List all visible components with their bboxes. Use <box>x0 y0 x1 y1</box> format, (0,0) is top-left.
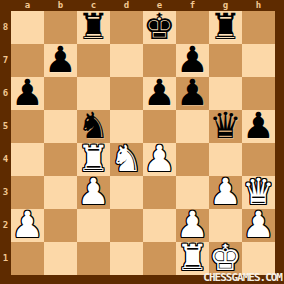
square-b5[interactable] <box>44 110 77 143</box>
square-c7[interactable] <box>77 44 110 77</box>
piece-white-pawn[interactable]: ♟ <box>11 208 43 241</box>
site-watermark: CHESSGAMES.COM <box>203 272 282 284</box>
square-c3[interactable]: ♟ <box>77 176 110 209</box>
square-g8[interactable]: ♜ <box>209 11 242 44</box>
square-e3[interactable] <box>143 176 176 209</box>
square-d1[interactable] <box>110 242 143 275</box>
piece-black-rook[interactable]: ♜ <box>77 10 109 43</box>
square-d8[interactable] <box>110 11 143 44</box>
square-h5[interactable]: ♟ <box>242 110 275 143</box>
square-g3[interactable]: ♟ <box>209 176 242 209</box>
square-a5[interactable] <box>11 110 44 143</box>
square-b2[interactable] <box>44 209 77 242</box>
square-a4[interactable] <box>11 143 44 176</box>
piece-black-pawn[interactable]: ♟ <box>11 76 43 109</box>
square-a2[interactable]: ♟ <box>11 209 44 242</box>
square-c8[interactable]: ♜ <box>77 11 110 44</box>
square-d3[interactable] <box>110 176 143 209</box>
piece-black-pawn[interactable]: ♟ <box>176 76 208 109</box>
file-label-h: h <box>242 0 275 11</box>
square-c2[interactable] <box>77 209 110 242</box>
piece-black-pawn[interactable]: ♟ <box>44 43 76 76</box>
file-label-b: b <box>44 0 77 11</box>
file-label-f: f <box>176 0 209 11</box>
chess-board[interactable]: ♜♚♜♟♟♟♟♟♞♛♟♜♞♟♟♟♛♟♟♟♜♚ <box>11 11 275 275</box>
square-b4[interactable] <box>44 143 77 176</box>
square-c1[interactable] <box>77 242 110 275</box>
square-f6[interactable]: ♟ <box>176 77 209 110</box>
chess-diagram-frame: abcdefgh 87654321 ♜♚♜♟♟♟♟♟♞♛♟♜♞♟♟♟♛♟♟♟♜♚… <box>0 0 284 284</box>
rank-label-5: 5 <box>0 110 11 143</box>
square-b7[interactable]: ♟ <box>44 44 77 77</box>
rank-label-4: 4 <box>0 143 11 176</box>
square-g7[interactable] <box>209 44 242 77</box>
rank-label-8: 8 <box>0 11 11 44</box>
square-e6[interactable]: ♟ <box>143 77 176 110</box>
piece-black-queen[interactable]: ♛ <box>209 109 241 142</box>
square-d2[interactable] <box>110 209 143 242</box>
square-e8[interactable]: ♚ <box>143 11 176 44</box>
square-f4[interactable] <box>176 143 209 176</box>
piece-white-pawn[interactable]: ♟ <box>209 175 241 208</box>
rank-label-1: 1 <box>0 242 11 275</box>
square-d7[interactable] <box>110 44 143 77</box>
square-a8[interactable] <box>11 11 44 44</box>
rank-labels: 87654321 <box>0 11 11 275</box>
square-e1[interactable] <box>143 242 176 275</box>
rank-label-3: 3 <box>0 176 11 209</box>
rank-label-2: 2 <box>0 209 11 242</box>
square-b6[interactable] <box>44 77 77 110</box>
piece-white-rook[interactable]: ♜ <box>176 241 208 274</box>
square-b3[interactable] <box>44 176 77 209</box>
square-f5[interactable] <box>176 110 209 143</box>
rank-label-7: 7 <box>0 44 11 77</box>
square-d6[interactable] <box>110 77 143 110</box>
square-e4[interactable]: ♟ <box>143 143 176 176</box>
square-a6[interactable]: ♟ <box>11 77 44 110</box>
piece-black-rook[interactable]: ♜ <box>209 10 241 43</box>
square-h2[interactable]: ♟ <box>242 209 275 242</box>
square-g5[interactable]: ♛ <box>209 110 242 143</box>
piece-white-pawn[interactable]: ♟ <box>242 208 274 241</box>
piece-white-pawn[interactable]: ♟ <box>143 142 175 175</box>
piece-white-knight[interactable]: ♞ <box>110 142 142 175</box>
square-h7[interactable] <box>242 44 275 77</box>
file-label-a: a <box>11 0 44 11</box>
rank-label-6: 6 <box>0 77 11 110</box>
file-label-d: d <box>110 0 143 11</box>
square-d4[interactable]: ♞ <box>110 143 143 176</box>
piece-black-king[interactable]: ♚ <box>143 10 175 43</box>
piece-black-pawn[interactable]: ♟ <box>143 76 175 109</box>
piece-white-king[interactable]: ♚ <box>209 241 241 274</box>
square-a1[interactable] <box>11 242 44 275</box>
square-b1[interactable] <box>44 242 77 275</box>
piece-white-pawn[interactable]: ♟ <box>77 175 109 208</box>
piece-black-pawn[interactable]: ♟ <box>242 109 274 142</box>
square-h8[interactable] <box>242 11 275 44</box>
square-e2[interactable] <box>143 209 176 242</box>
